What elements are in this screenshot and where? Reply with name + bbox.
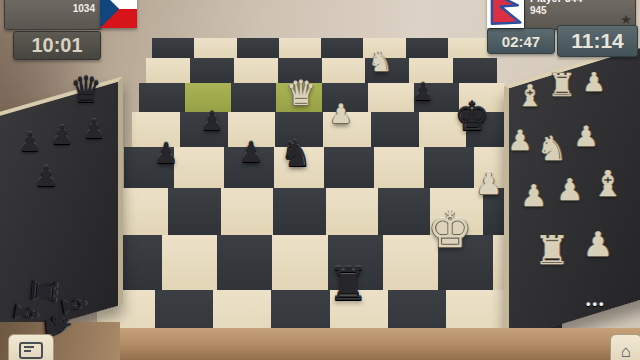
captured-white-rook: ♜ bbox=[548, 69, 577, 101]
square-f5[interactable] bbox=[371, 112, 419, 147]
square-b8[interactable] bbox=[194, 38, 236, 58]
square-h7[interactable] bbox=[453, 58, 497, 83]
captured-white-bishop: ♝ bbox=[592, 166, 624, 202]
square-c7[interactable] bbox=[234, 58, 278, 83]
black-pawn-g6[interactable]: ♟ bbox=[412, 80, 434, 104]
square-d3[interactable] bbox=[273, 188, 325, 235]
square-f6[interactable] bbox=[368, 83, 414, 112]
square-f4[interactable] bbox=[374, 147, 424, 188]
white-player-badge: TEERATUOTTUTO 1034 bbox=[4, 0, 102, 30]
black-pawn-c4[interactable]: ♟ bbox=[238, 139, 263, 167]
white-king-g2[interactable]: ♚ bbox=[428, 205, 473, 255]
captured-white-bishop: ♝ bbox=[517, 81, 544, 111]
black-pawn-a4[interactable]: ♟ bbox=[153, 140, 178, 168]
white-pawn-h3[interactable]: ♟ bbox=[476, 169, 503, 199]
square-b2[interactable] bbox=[162, 235, 217, 290]
white-queen-d6[interactable]: ♛ bbox=[286, 76, 316, 110]
square-c8[interactable] bbox=[237, 38, 279, 58]
more-options-button[interactable]: ••• bbox=[586, 296, 606, 311]
square-e3[interactable] bbox=[326, 188, 378, 235]
captured-white-pawn: ♟ bbox=[573, 123, 598, 151]
square-d2[interactable] bbox=[272, 235, 327, 290]
captured-black-pawn: ♟ bbox=[18, 129, 41, 155]
square-a7[interactable] bbox=[146, 58, 190, 83]
square-c6[interactable] bbox=[231, 83, 277, 112]
square-a6[interactable] bbox=[139, 83, 185, 112]
square-b4[interactable] bbox=[174, 147, 224, 188]
square-b3[interactable] bbox=[168, 188, 220, 235]
square-d8[interactable] bbox=[279, 38, 321, 58]
captured-black-pawn: ♟ bbox=[82, 116, 105, 142]
square-c2[interactable] bbox=[217, 235, 272, 290]
square-a3[interactable] bbox=[116, 188, 168, 235]
square-g8[interactable] bbox=[406, 38, 448, 58]
square-a8[interactable] bbox=[152, 38, 194, 58]
white-player-name: TEERATUOTTUTO bbox=[5, 0, 101, 2]
black-rook-e1[interactable]: ♜ bbox=[327, 261, 368, 307]
square-f3[interactable] bbox=[378, 188, 430, 235]
chat-icon bbox=[19, 342, 43, 359]
square-c3[interactable] bbox=[221, 188, 273, 235]
black-move-clock: 02:47 bbox=[487, 28, 555, 54]
black-pawn-b5[interactable]: ♟ bbox=[200, 108, 223, 134]
home-button[interactable]: ⌂ bbox=[610, 334, 640, 360]
captured-black-pawn: ♟ bbox=[33, 163, 58, 191]
square-h8[interactable] bbox=[448, 38, 490, 58]
square-b7[interactable] bbox=[190, 58, 234, 83]
captured-white-pawn: ♟ bbox=[521, 181, 548, 211]
white-clock: 10:01 bbox=[13, 31, 101, 60]
white-player-rating: 1034 bbox=[5, 2, 101, 14]
captured-white-rook: ♜ bbox=[534, 230, 570, 270]
square-g4[interactable] bbox=[424, 147, 474, 188]
black-king-h5[interactable]: ♚ bbox=[454, 96, 490, 136]
white-pawn-e5[interactable]: ♟ bbox=[329, 101, 352, 127]
captured-white-pawn: ♟ bbox=[583, 227, 613, 261]
nepal-flag-icon bbox=[487, 0, 524, 28]
black-player-rating: 945 bbox=[525, 4, 635, 16]
czech-flag-icon bbox=[100, 0, 137, 28]
captured-white-pawn: ♟ bbox=[557, 175, 584, 205]
black-knight-d4[interactable]: ♞ bbox=[280, 136, 312, 172]
black-clock: 11:14 bbox=[557, 25, 638, 57]
captured-white-pawn: ♟ bbox=[582, 69, 605, 95]
captured-black-queen: ♛ bbox=[70, 72, 102, 108]
captured-white-knight: ♞ bbox=[537, 131, 567, 165]
white-knight-f7[interactable]: ♞ bbox=[368, 49, 392, 76]
square-e4[interactable] bbox=[324, 147, 374, 188]
square-e7[interactable] bbox=[322, 58, 366, 83]
square-e8[interactable] bbox=[321, 38, 363, 58]
chat-button[interactable] bbox=[8, 334, 54, 360]
captured-black-pawn: ♟ bbox=[50, 122, 73, 148]
captured-white-pawn: ♟ bbox=[507, 127, 532, 155]
game-screen: ♞♛♟♟♟♚♟♟♞♟♚♜ TEERATUOTTUTO 1034 10:01 Pl… bbox=[0, 0, 640, 360]
